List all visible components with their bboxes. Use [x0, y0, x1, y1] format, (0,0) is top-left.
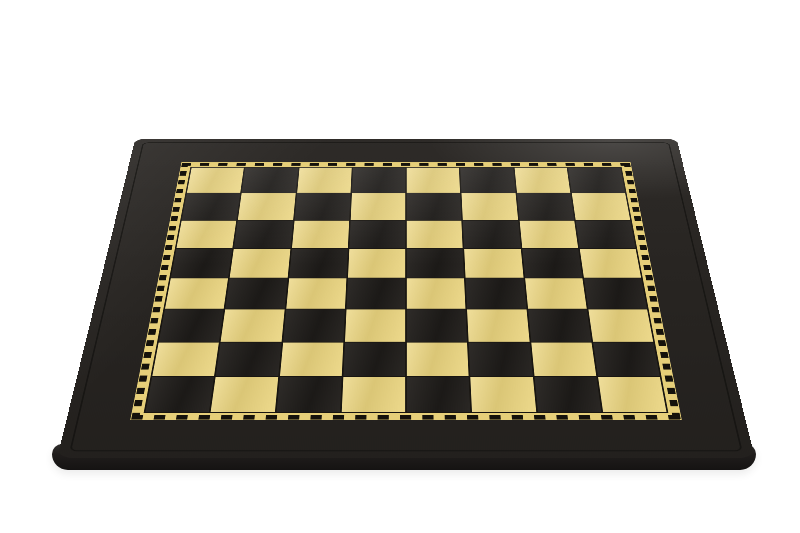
square-b1[interactable] [211, 377, 278, 412]
square-f3[interactable] [467, 310, 529, 342]
square-b7[interactable] [238, 193, 295, 219]
square-b8[interactable] [242, 168, 298, 193]
square-a4[interactable] [165, 278, 228, 308]
square-d1[interactable] [342, 377, 406, 412]
square-d7[interactable] [351, 193, 406, 219]
square-d3[interactable] [345, 310, 405, 342]
square-e7[interactable] [407, 193, 462, 219]
square-a8[interactable] [187, 168, 244, 193]
square-c6[interactable] [292, 220, 349, 248]
square-f4[interactable] [466, 278, 526, 308]
chess-board [57, 139, 755, 458]
square-a7[interactable] [182, 193, 241, 219]
square-g5[interactable] [522, 249, 582, 278]
square-a2[interactable] [152, 342, 219, 376]
square-g7[interactable] [517, 193, 574, 219]
square-a6[interactable] [177, 220, 237, 248]
square-c8[interactable] [297, 168, 352, 193]
square-b4[interactable] [225, 278, 287, 308]
square-h1[interactable] [598, 377, 667, 412]
square-h7[interactable] [572, 193, 631, 219]
square-c4[interactable] [286, 278, 346, 308]
square-c3[interactable] [283, 310, 345, 342]
square-e2[interactable] [407, 342, 469, 376]
square-f5[interactable] [464, 249, 523, 278]
square-h6[interactable] [576, 220, 636, 248]
board-perspective-wrap [57, 139, 755, 458]
square-c7[interactable] [294, 193, 350, 219]
square-h4[interactable] [584, 278, 647, 308]
square-e1[interactable] [407, 377, 471, 412]
square-e6[interactable] [407, 220, 463, 248]
border-inlay [130, 162, 682, 420]
square-b2[interactable] [216, 342, 281, 376]
square-g2[interactable] [531, 342, 596, 376]
square-d5[interactable] [348, 249, 405, 278]
square-h3[interactable] [588, 310, 653, 342]
square-e3[interactable] [407, 310, 467, 342]
square-e5[interactable] [407, 249, 464, 278]
square-f7[interactable] [462, 193, 518, 219]
square-d8[interactable] [352, 168, 406, 193]
square-b6[interactable] [234, 220, 293, 248]
square-c1[interactable] [276, 377, 341, 412]
square-a3[interactable] [159, 310, 224, 342]
square-f2[interactable] [469, 342, 533, 376]
square-a1[interactable] [145, 377, 214, 412]
square-e4[interactable] [407, 278, 466, 308]
square-b3[interactable] [221, 310, 284, 342]
square-d6[interactable] [349, 220, 405, 248]
square-b5[interactable] [230, 249, 290, 278]
square-e8[interactable] [407, 168, 461, 193]
square-f8[interactable] [460, 168, 515, 193]
square-g8[interactable] [514, 168, 570, 193]
inlay-dashes-bottom [131, 415, 681, 419]
square-a5[interactable] [171, 249, 233, 278]
square-h5[interactable] [580, 249, 642, 278]
square-h2[interactable] [593, 342, 660, 376]
square-f6[interactable] [463, 220, 520, 248]
square-f1[interactable] [471, 377, 536, 412]
board-grid [144, 167, 669, 413]
square-g1[interactable] [534, 377, 601, 412]
photo-backdrop [0, 0, 800, 533]
square-h8[interactable] [568, 168, 625, 193]
square-g4[interactable] [525, 278, 587, 308]
square-g6[interactable] [519, 220, 578, 248]
square-c5[interactable] [289, 249, 348, 278]
square-g3[interactable] [528, 310, 591, 342]
inlay-dashes-top [181, 163, 630, 166]
square-d2[interactable] [343, 342, 405, 376]
square-d4[interactable] [346, 278, 405, 308]
square-c2[interactable] [280, 342, 344, 376]
